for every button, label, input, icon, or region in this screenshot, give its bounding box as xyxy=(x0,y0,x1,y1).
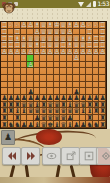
piece-wWB: ♕ xyxy=(67,36,73,42)
piece-wG: ♕ xyxy=(41,22,47,28)
piece-wSM: ♖ xyxy=(100,42,106,48)
piece-wC: ♙ xyxy=(73,22,79,28)
diamond-icon xyxy=(101,151,111,161)
piece-bBG: ♝ xyxy=(67,102,73,108)
board-cell[interactable]: ♖ xyxy=(99,22,106,29)
piece-bWB: ♛ xyxy=(67,108,73,114)
piece-bSE: ♛ xyxy=(27,102,33,108)
piece-wB: ♗ xyxy=(86,36,92,42)
piece-wP: ♙ xyxy=(34,49,40,55)
piece-wCS: ♖ xyxy=(86,29,92,35)
piece-wR: ♖ xyxy=(14,42,20,48)
piece-wSS: ♖ xyxy=(1,36,7,42)
piece-bG: ♛ xyxy=(41,122,47,128)
piece-wCS: ♖ xyxy=(14,29,20,35)
piece-bBG: ♝ xyxy=(34,102,40,108)
piece-wR: ♖ xyxy=(86,42,92,48)
piece-bBT: ♟ xyxy=(34,115,40,121)
piece-bR: ♜ xyxy=(86,102,92,108)
monkey-logo-icon xyxy=(2,0,16,14)
piece-wGG: ♕ xyxy=(54,42,60,48)
piece-wVS: ♖ xyxy=(93,36,99,42)
piece-bI: ♟ xyxy=(21,122,27,128)
piece-wSE: ♕ xyxy=(27,42,33,48)
piece-bN: ♞ xyxy=(8,122,14,128)
painting-ground xyxy=(0,177,110,183)
piece-wLH: ♕ xyxy=(54,36,60,42)
piece-wP: ♙ xyxy=(86,49,92,55)
piece-bLH: ♛ xyxy=(47,108,53,114)
piece-wP: ♙ xyxy=(1,49,7,55)
piece-bVG: ♛ xyxy=(54,102,60,108)
piece-wL: ♖ xyxy=(100,22,106,28)
eye-icon xyxy=(46,151,57,161)
piece-bG: ♛ xyxy=(60,122,66,128)
battery-icon xyxy=(93,1,96,7)
piece-wI: ♙ xyxy=(21,22,27,28)
piece-bFL: ♞ xyxy=(86,122,92,128)
piece-bP: ♟ xyxy=(14,95,20,101)
piece-wFE: ♕ xyxy=(47,36,53,42)
piece-wP: ♙ xyxy=(14,49,20,55)
piece-bPH: ♛ xyxy=(41,115,47,121)
piece-bVM: ♜ xyxy=(93,102,99,108)
piece-bD: ♟ xyxy=(73,89,79,95)
captured-pieces-tray[interactable]: ♟ xyxy=(1,130,15,145)
piece-bRG: ♜ xyxy=(41,102,47,108)
board-cell[interactable]: ♜ xyxy=(99,115,106,122)
piece-wB: ♗ xyxy=(14,36,20,42)
piece-wRG: ♖ xyxy=(60,42,66,48)
piece-bHF: ♛ xyxy=(21,102,27,108)
piece-bP: ♟ xyxy=(21,95,27,101)
piece-bRC: ♜ xyxy=(1,115,7,121)
piece-wVS: ♖ xyxy=(8,36,14,42)
board-cell[interactable]: ♟ xyxy=(99,95,106,102)
piece-wBT: ♙ xyxy=(34,29,40,35)
piece-bL: ♜ xyxy=(1,122,7,128)
piece-bDK: ♛ xyxy=(27,108,33,114)
piece-bRC: ♜ xyxy=(100,115,106,121)
piece-bGG: ♛ xyxy=(47,102,53,108)
piece-wVM: ♖ xyxy=(8,42,14,48)
board-cell[interactable]: ♜ xyxy=(99,121,106,128)
piece-bFD: ♛ xyxy=(60,108,66,114)
piece-wRC: ♖ xyxy=(100,29,106,35)
piece-wP: ♙ xyxy=(80,49,86,55)
piece-bVS: ♜ xyxy=(93,108,99,114)
piece-wI: ♙ xyxy=(80,22,86,28)
piece-wWB: ♕ xyxy=(34,36,40,42)
piece-wFK: ♕ xyxy=(54,29,60,35)
piece-wDH: ♗ xyxy=(21,36,27,42)
piece-wBG: ♗ xyxy=(34,42,40,48)
piece-wP: ♙ xyxy=(60,49,66,55)
double-left-arrow-icon xyxy=(7,151,17,161)
piece-wP: ♙ xyxy=(93,49,99,55)
piece-wFD: ♕ xyxy=(41,36,47,42)
piece-bLN: ♛ xyxy=(54,115,60,121)
piece-wKI: ♕ xyxy=(41,29,47,35)
piece-bP: ♟ xyxy=(8,95,14,101)
piece-bFK: ♛ xyxy=(47,115,53,121)
piece-wSE: ♕ xyxy=(73,42,79,48)
piece-bP: ♟ xyxy=(100,95,106,101)
piece-bP: ♟ xyxy=(86,95,92,101)
piece-wSM: ♖ xyxy=(1,42,7,48)
piece-bD: ♟ xyxy=(27,89,33,95)
piece-wDE: ♗ xyxy=(47,22,53,28)
piece-bFE: ♛ xyxy=(54,108,60,114)
board[interactable]: ♖♘♘♙♙♗♕♗♔♕♗♙♙♘♘♖♖♖♙♕♕♕♕♙♖♖♖♖♗♗♕♕♕♕♕♕♕♕♗♗… xyxy=(0,21,107,129)
piece-bS: ♝ xyxy=(34,122,40,128)
piece-bCS: ♜ xyxy=(14,115,20,121)
piece-bP: ♟ xyxy=(34,95,40,101)
piece-wFL: ♘ xyxy=(86,22,92,28)
piece-wD: ♙ xyxy=(73,55,79,61)
board-cell[interactable] xyxy=(99,55,106,62)
piece-bP: ♟ xyxy=(80,95,86,101)
piece-wVM: ♖ xyxy=(93,42,99,48)
piece-wPH: ♕ xyxy=(60,29,66,35)
piece-bS: ♝ xyxy=(67,122,73,128)
board-cell[interactable]: ♖ xyxy=(99,35,106,42)
piece-wG: ♕ xyxy=(60,22,66,28)
piece-wC: ♙ xyxy=(27,22,33,28)
piece-wP: ♙ xyxy=(8,49,14,55)
piece-bSM: ♜ xyxy=(1,102,7,108)
piece-bVM: ♜ xyxy=(8,102,14,108)
piece-wP: ♙ xyxy=(41,49,47,55)
piece-wD: ♙ xyxy=(27,62,33,68)
piece-bP: ♟ xyxy=(67,95,73,101)
piece-bDK: ♛ xyxy=(73,108,79,114)
piece-wLN: ♕ xyxy=(47,29,53,35)
piece-wFL: ♘ xyxy=(14,22,20,28)
piece-bP: ♟ xyxy=(73,95,79,101)
piece-bL: ♜ xyxy=(100,122,106,128)
piece-bDH: ♝ xyxy=(21,108,27,114)
piece-wDK: ♕ xyxy=(73,36,79,42)
piece-bR: ♜ xyxy=(14,102,20,108)
piece-bP: ♟ xyxy=(54,95,60,101)
piece-bP: ♟ xyxy=(41,95,47,101)
board-cell[interactable]: ♜ xyxy=(99,108,106,115)
piece-bC: ♟ xyxy=(27,122,33,128)
red-saddle-patch xyxy=(36,129,62,145)
piece-bB: ♝ xyxy=(14,108,20,114)
board-cell[interactable] xyxy=(99,88,106,95)
piece-bSS: ♜ xyxy=(100,108,106,114)
piece-wK: ♔ xyxy=(54,22,60,28)
clock-text: 1:53 xyxy=(98,0,109,8)
piece-wFD: ♕ xyxy=(60,36,66,42)
piece-wDK: ♕ xyxy=(27,36,33,42)
share-box-icon xyxy=(66,151,76,161)
piece-bP: ♟ xyxy=(1,95,7,101)
fast-forward-button[interactable] xyxy=(21,147,40,165)
board-cell[interactable]: ♖ xyxy=(99,29,106,36)
export-button[interactable] xyxy=(61,147,80,165)
piece-bSM: ♜ xyxy=(100,102,106,108)
piece-wP: ♙ xyxy=(73,49,79,55)
piece-bFD: ♛ xyxy=(41,108,47,114)
piece-bC: ♟ xyxy=(73,122,79,128)
piece-wN: ♘ xyxy=(8,22,14,28)
piece-bP: ♟ xyxy=(27,95,33,101)
piece-bK: ♚ xyxy=(47,122,53,128)
piece-bP: ♟ xyxy=(60,95,66,101)
board-cell[interactable]: ♖ xyxy=(99,42,106,49)
piece-bB: ♝ xyxy=(86,108,92,114)
piece-bHF: ♛ xyxy=(80,102,86,108)
peek-button[interactable] xyxy=(42,147,61,165)
piece-bP: ♟ xyxy=(47,95,53,101)
board-cell[interactable] xyxy=(99,62,106,69)
piece-bSE: ♛ xyxy=(73,102,79,108)
piece-bN: ♞ xyxy=(93,122,99,128)
piece-wP: ♙ xyxy=(27,49,33,55)
piece-wN: ♘ xyxy=(93,22,99,28)
piece-wP: ♙ xyxy=(47,49,53,55)
piece-wHF: ♕ xyxy=(80,42,86,48)
tray-piece: ♟ xyxy=(4,133,12,142)
piece-bWB: ♛ xyxy=(34,108,40,114)
piece-wS: ♗ xyxy=(34,22,40,28)
piece-bKI: ♛ xyxy=(60,115,66,121)
piece-bSS: ♜ xyxy=(1,108,7,114)
piece-wP: ♙ xyxy=(21,49,27,55)
piece-wS: ♗ xyxy=(67,22,73,28)
double-right-arrow-icon xyxy=(26,151,36,161)
piece-bRG: ♜ xyxy=(60,102,66,108)
wifi-icon xyxy=(78,2,84,7)
piece-wRC: ♖ xyxy=(1,29,7,35)
piece-wBG: ♗ xyxy=(67,42,73,48)
piece-bBT: ♟ xyxy=(67,115,73,121)
board-cell[interactable]: ♜ xyxy=(99,102,106,109)
piece-bI: ♟ xyxy=(80,122,86,128)
header-strip xyxy=(0,8,110,21)
piece-bP: ♟ xyxy=(93,95,99,101)
piece-bFL: ♞ xyxy=(14,122,20,128)
piece-bDE: ♝ xyxy=(54,122,60,128)
piece-bDH: ♝ xyxy=(80,108,86,114)
board-right-margin xyxy=(107,21,110,129)
board-cell[interactable] xyxy=(99,82,106,89)
piece-wP: ♙ xyxy=(54,49,60,55)
piece-wHF: ♕ xyxy=(21,42,27,48)
signal-icon xyxy=(86,2,91,7)
board-cell[interactable] xyxy=(99,75,106,82)
stop-square-icon xyxy=(84,151,94,161)
piece-bCS: ♜ xyxy=(86,115,92,121)
app-screen: 1:53 ♖♘♘♙♙♗♕♗♔♕♗♙♙♘♘♖♖♖♙♕♕♕♕♙♖♖♖♖♗♗♕♕♕♕♕… xyxy=(0,0,110,183)
piece-wP: ♙ xyxy=(67,49,73,55)
piece-wVG: ♕ xyxy=(47,42,53,48)
piece-bVS: ♜ xyxy=(8,108,14,114)
piece-wDH: ♗ xyxy=(80,36,86,42)
piece-wP: ♙ xyxy=(100,49,106,55)
board-cell[interactable]: ♙ xyxy=(99,49,106,56)
piece-wL: ♖ xyxy=(1,22,7,28)
navigate-button[interactable] xyxy=(96,147,110,165)
piece-wBT: ♙ xyxy=(67,29,73,35)
board-cell[interactable] xyxy=(99,68,106,75)
piece-wSS: ♖ xyxy=(100,36,106,42)
rewind-button[interactable] xyxy=(2,147,21,165)
piece-wRG: ♖ xyxy=(41,42,47,48)
status-bar: 1:53 xyxy=(0,0,110,8)
